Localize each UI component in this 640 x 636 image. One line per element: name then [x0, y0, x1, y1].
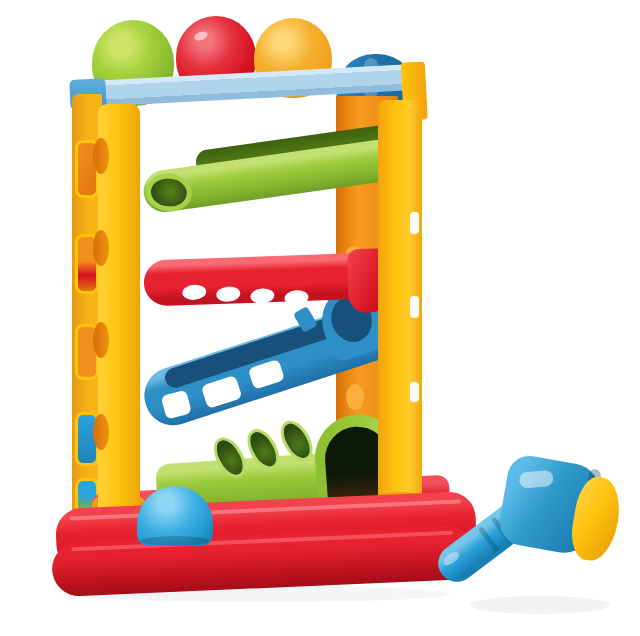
red-ramp-hole [284, 289, 309, 306]
panel-cutout [346, 384, 364, 410]
pillar-cutout [410, 382, 419, 402]
pillar-cutout [410, 212, 419, 234]
mallet-shadow [470, 596, 610, 614]
pillar-crescent-cutout [93, 230, 109, 266]
pillar-crescent-cutout [93, 414, 109, 450]
pillar-cutout [410, 296, 419, 318]
pillar-crescent-cutout [93, 138, 109, 174]
red-ramp [143, 245, 407, 322]
handle-ridge [478, 526, 499, 552]
pillar-crescent-cutout [93, 322, 109, 358]
red-ball-highlight [193, 30, 209, 42]
right-front-pillar [378, 100, 422, 516]
handle-highlight [441, 550, 461, 568]
left-front-pillar [98, 104, 140, 520]
toy-product-photo [0, 0, 640, 636]
head-highlight [519, 470, 554, 489]
dome-shadow [141, 536, 209, 546]
